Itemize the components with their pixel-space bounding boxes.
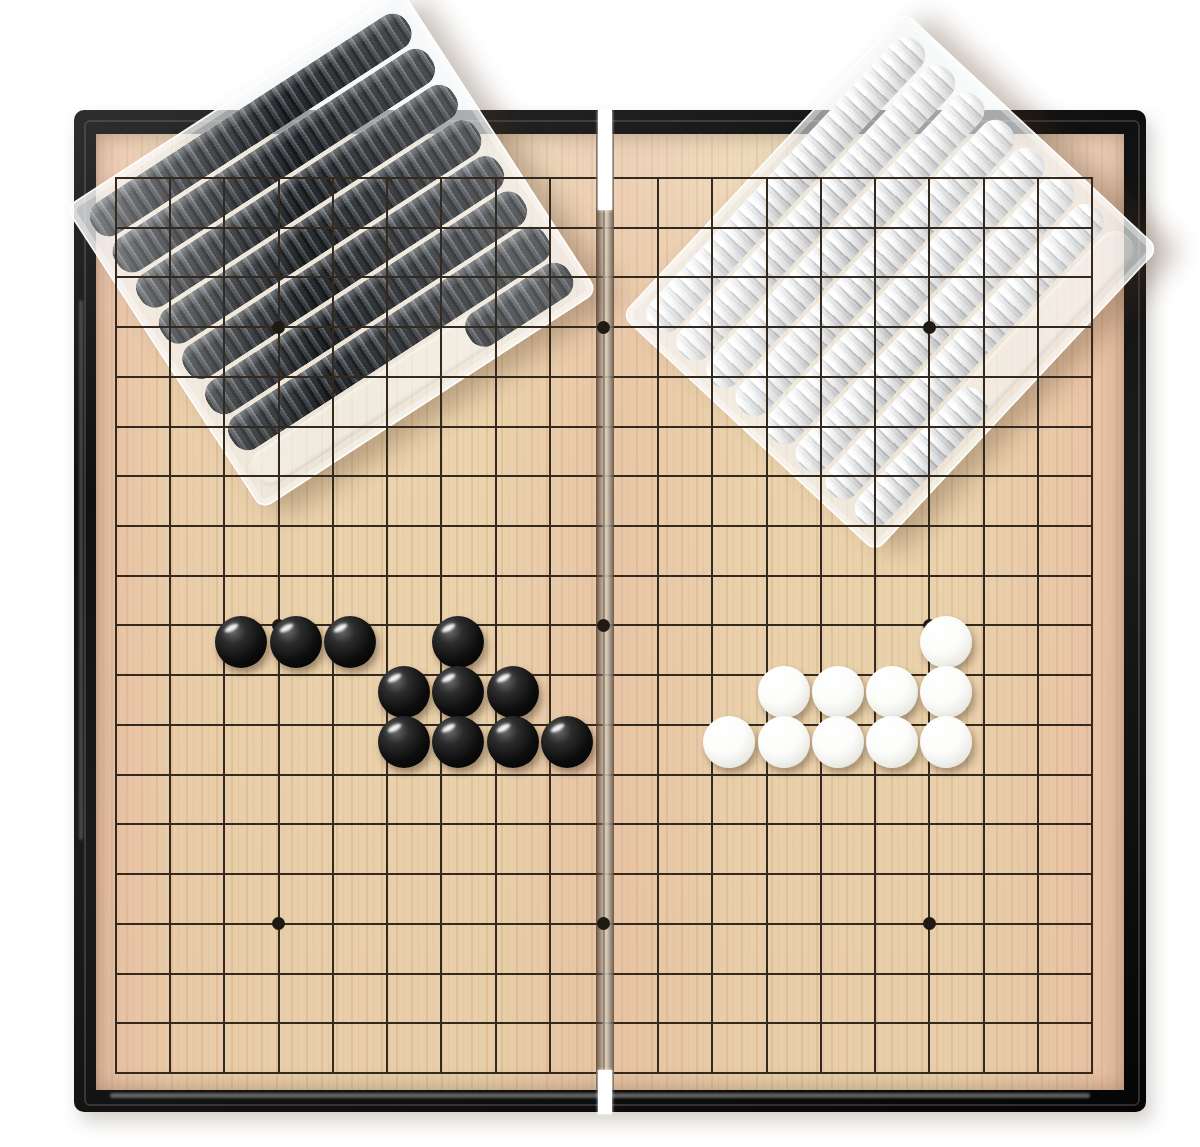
white-stone [920, 666, 972, 718]
board-surface [96, 134, 1124, 1090]
hinge-gap-bottom [598, 1070, 612, 1114]
white-stone [703, 716, 755, 768]
white-stone [812, 666, 864, 718]
stones-layer [96, 134, 1124, 1090]
black-stone [487, 716, 539, 768]
black-stone [432, 716, 484, 768]
black-stone [324, 616, 376, 668]
white-stone [758, 666, 810, 718]
black-stone [541, 716, 593, 768]
white-stone [920, 716, 972, 768]
black-stone [432, 666, 484, 718]
black-stone [378, 666, 430, 718]
black-stone [487, 666, 539, 718]
white-stone [758, 716, 810, 768]
white-stone [866, 666, 918, 718]
hinge-gap-top [598, 110, 612, 210]
black-stone [378, 716, 430, 768]
product-photo-scene [0, 0, 1200, 1147]
black-stone [215, 616, 267, 668]
white-stone [812, 716, 864, 768]
black-stone [270, 616, 322, 668]
white-stone [866, 716, 918, 768]
white-stone [920, 616, 972, 668]
frame-highlight-left [79, 300, 83, 840]
black-stone [432, 616, 484, 668]
